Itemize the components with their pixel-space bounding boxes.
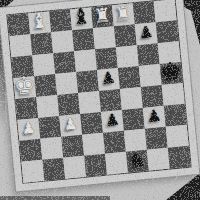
square-a8 bbox=[7, 13, 30, 36]
square-c4 bbox=[57, 93, 80, 116]
square-a4 bbox=[15, 97, 38, 120]
square-g5 bbox=[139, 64, 162, 87]
square-a5: ♚ bbox=[13, 76, 36, 99]
square-a3: ♟ bbox=[17, 118, 40, 141]
square-d7 bbox=[72, 28, 95, 51]
square-a1 bbox=[21, 160, 44, 183]
square-c2 bbox=[61, 135, 84, 158]
square-b3 bbox=[38, 116, 61, 139]
white-pawn-a3: ♟ bbox=[21, 119, 37, 136]
black-pawn-g3: ♟ bbox=[146, 107, 162, 124]
square-f7 bbox=[114, 24, 137, 47]
square-g6 bbox=[137, 43, 160, 66]
square-g3: ♟ bbox=[143, 106, 166, 129]
square-e8: ♜ bbox=[91, 5, 114, 28]
square-d2 bbox=[82, 133, 105, 156]
square-g2 bbox=[145, 127, 168, 150]
square-h2 bbox=[166, 125, 189, 148]
black-pawn-e5: ♟ bbox=[100, 69, 116, 86]
white-rook-e8: ♜ bbox=[93, 5, 112, 26]
square-h1 bbox=[168, 146, 191, 169]
black-pawn-e3: ♟ bbox=[104, 111, 120, 128]
background-shadow-bottom-edge bbox=[0, 196, 110, 200]
square-c7 bbox=[51, 30, 74, 53]
square-e2 bbox=[103, 131, 126, 154]
square-h4 bbox=[162, 83, 185, 106]
black-bishop-d8: ♝ bbox=[71, 5, 92, 28]
square-b1 bbox=[42, 158, 65, 181]
square-e4 bbox=[99, 89, 122, 112]
white-bishop-b8: ♝ bbox=[29, 9, 50, 32]
square-b5 bbox=[34, 74, 57, 97]
square-b7 bbox=[30, 32, 53, 55]
square-c6 bbox=[53, 51, 76, 74]
square-d6 bbox=[74, 49, 97, 72]
square-h3 bbox=[164, 104, 187, 127]
square-e1 bbox=[105, 152, 128, 175]
white-rook-f8: ♜ bbox=[114, 3, 133, 24]
square-f4 bbox=[120, 87, 143, 110]
board-grid: ♝♝♜♜♟♚♟♚♟♟♟♟♞ bbox=[7, 0, 190, 183]
square-f3 bbox=[122, 108, 145, 131]
square-f2 bbox=[124, 129, 147, 152]
square-b6 bbox=[32, 53, 55, 76]
square-h7 bbox=[156, 20, 179, 43]
square-a7 bbox=[9, 34, 32, 57]
square-c3: ♟ bbox=[59, 114, 82, 137]
square-d8: ♝ bbox=[70, 7, 93, 30]
black-knight-f1: ♞ bbox=[128, 149, 147, 170]
square-c1 bbox=[63, 156, 86, 179]
square-d5 bbox=[76, 70, 99, 93]
square-e3: ♟ bbox=[101, 110, 124, 133]
square-g8 bbox=[133, 1, 156, 24]
square-h6 bbox=[158, 41, 181, 64]
square-b8: ♝ bbox=[28, 11, 51, 34]
square-f1: ♞ bbox=[126, 150, 149, 173]
square-h8 bbox=[154, 0, 177, 22]
black-pawn-g7: ♟ bbox=[138, 23, 154, 40]
square-c8 bbox=[49, 9, 72, 32]
square-b4 bbox=[36, 95, 59, 118]
square-c5 bbox=[55, 72, 78, 95]
square-f6 bbox=[116, 45, 139, 68]
white-pawn-c3: ♟ bbox=[63, 115, 79, 132]
square-g7: ♟ bbox=[135, 22, 158, 45]
square-e5: ♟ bbox=[97, 68, 120, 91]
square-g1 bbox=[147, 148, 170, 171]
square-f8: ♜ bbox=[112, 3, 135, 26]
square-b2 bbox=[40, 137, 63, 160]
chess-board: ♝♝♜♜♟♚♟♚♟♟♟♟♞ bbox=[0, 0, 199, 191]
square-d1 bbox=[84, 154, 107, 177]
square-g4 bbox=[141, 85, 164, 108]
square-f5 bbox=[118, 66, 141, 89]
square-e7 bbox=[93, 26, 116, 49]
square-e6 bbox=[95, 47, 118, 70]
square-d4 bbox=[78, 91, 101, 114]
square-h5: ♚ bbox=[160, 62, 183, 85]
chessboard-photo: ♝♝♜♜♟♚♟♚♟♟♟♟♞ bbox=[0, 0, 200, 200]
square-a6 bbox=[11, 55, 34, 78]
square-a2 bbox=[19, 139, 42, 162]
square-d3 bbox=[80, 112, 103, 135]
